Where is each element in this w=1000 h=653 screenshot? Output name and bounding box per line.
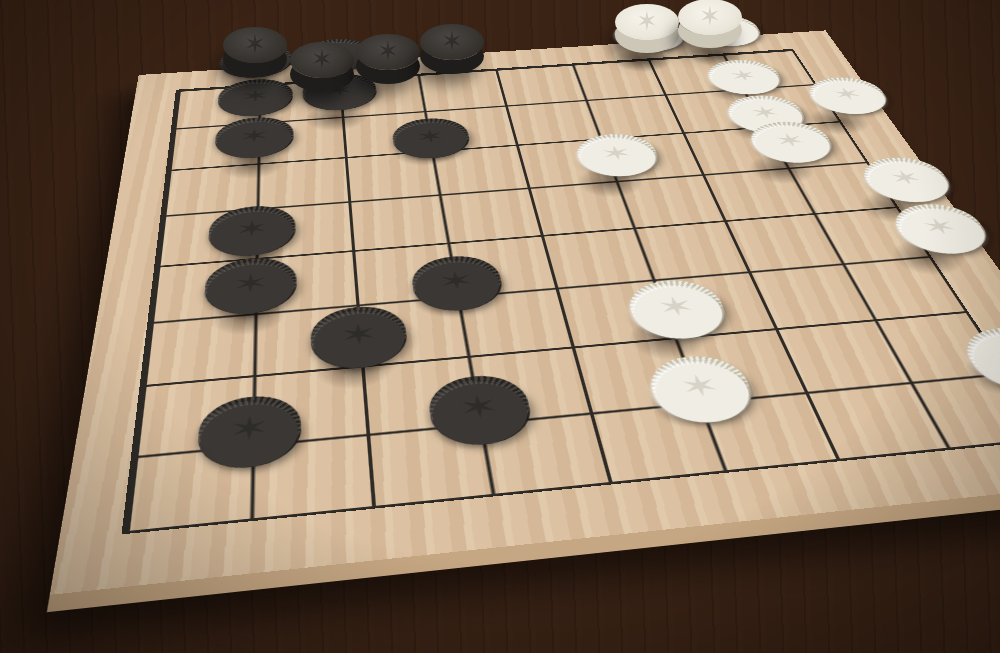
piece-fan-indent: ✶ <box>678 0 742 33</box>
captured-black-piece[interactable]: ✶ <box>420 24 484 60</box>
piece-fan-indent: ✶ <box>290 42 354 76</box>
white-piece[interactable]: ●✶ <box>644 354 756 420</box>
piece-fan-indent: ✶ <box>304 72 376 108</box>
piece-fan-indent: ✶ <box>573 132 661 174</box>
piece-fan-indent: ✶ <box>216 116 292 156</box>
piece-fan-indent: ✶ <box>312 305 407 366</box>
black-piece[interactable]: ●✶ <box>312 305 407 366</box>
piece-fan-indent: ✶ <box>198 394 298 465</box>
black-piece[interactable]: ●✶ <box>209 204 293 253</box>
board-grid-9x9[interactable]: ●✶●✶●✶●✶●✶●✶●✶●✶●✶●✶●✶●✶●✶●✶●✶●✶●✶●✶●✶●✶… <box>122 49 1000 534</box>
captured-white-piece[interactable]: ✶ <box>678 0 742 35</box>
captured-black-piece[interactable]: ✶ <box>223 27 287 63</box>
piece-fan-indent: ✶ <box>427 373 531 441</box>
piece-fan-indent: ✶ <box>420 24 484 58</box>
black-piece[interactable]: ●✶ <box>198 394 298 465</box>
piece-fan-indent: ✶ <box>615 4 679 38</box>
white-piece[interactable]: ●✶ <box>624 278 729 336</box>
piece-fan-indent: ✶ <box>356 34 420 68</box>
white-piece[interactable]: ●✶ <box>803 76 892 112</box>
pieces-layer: ●✶●✶●✶●✶●✶●✶●✶●✶●✶●✶●✶●✶●✶●✶●✶●✶●✶●✶●✶●✶… <box>126 50 1000 531</box>
black-piece[interactable]: ●✶ <box>427 373 531 441</box>
piece-fan-indent: ✶ <box>205 256 294 311</box>
white-piece[interactable]: ●✶ <box>573 132 661 174</box>
captured-black-piece[interactable]: ✶ <box>356 34 420 70</box>
game-board: ●✶●✶●✶●✶●✶●✶●✶●✶●✶●✶●✶●✶●✶●✶●✶●✶●✶●✶●✶●✶… <box>53 40 1000 608</box>
captured-black-piece[interactable]: ✶ <box>290 42 354 78</box>
piece-fan-indent: ✶ <box>223 27 287 61</box>
piece-fan-indent: ✶ <box>411 254 503 308</box>
captured-white-piece[interactable]: ✶ <box>615 4 679 40</box>
black-piece[interactable]: ●✶ <box>411 254 503 308</box>
black-piece[interactable]: ●✶ <box>304 72 376 108</box>
black-piece[interactable]: ●✶ <box>392 117 470 156</box>
black-piece[interactable]: ●✶ <box>205 256 294 311</box>
piece-fan-indent: ✶ <box>209 204 293 253</box>
piece-fan-indent: ✶ <box>392 117 470 156</box>
black-piece[interactable]: ●✶ <box>216 116 292 156</box>
white-piece[interactable]: ●✶ <box>744 120 836 161</box>
